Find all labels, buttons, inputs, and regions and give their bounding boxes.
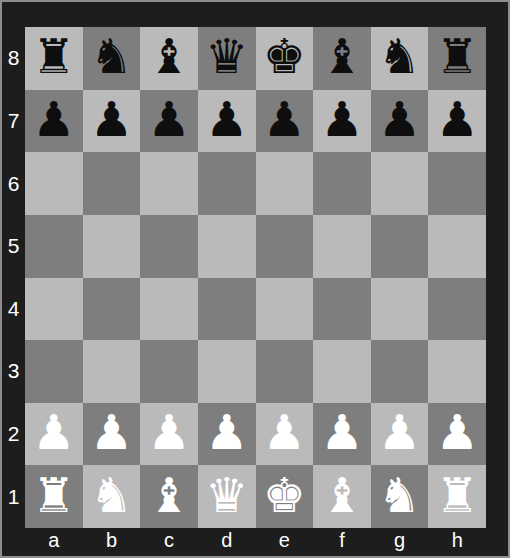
square-f8[interactable]: ♝	[313, 27, 371, 90]
black-pawn[interactable]: ♟	[436, 95, 479, 143]
black-pawn[interactable]: ♟	[320, 95, 363, 143]
white-pawn[interactable]: ♟	[205, 408, 248, 456]
square-d7[interactable]: ♟	[198, 90, 256, 153]
square-h7[interactable]: ♟	[428, 90, 486, 153]
square-g8[interactable]: ♞	[371, 27, 429, 90]
black-pawn[interactable]: ♟	[205, 95, 248, 143]
white-pawn[interactable]: ♟	[436, 408, 479, 456]
file-label-d: d	[198, 528, 256, 553]
square-g6[interactable]	[371, 152, 429, 215]
square-d4[interactable]	[198, 278, 256, 341]
rank-labels: 87654321	[2, 27, 25, 528]
square-d8[interactable]: ♛	[198, 27, 256, 90]
square-f7[interactable]: ♟	[313, 90, 371, 153]
white-pawn[interactable]: ♟	[378, 408, 421, 456]
rank-label-4: 4	[2, 278, 25, 341]
square-f5[interactable]	[313, 215, 371, 278]
square-b3[interactable]	[83, 340, 141, 403]
square-h5[interactable]	[428, 215, 486, 278]
square-c6[interactable]	[140, 152, 198, 215]
square-b2[interactable]: ♟	[83, 403, 141, 466]
black-knight[interactable]: ♞	[378, 32, 421, 80]
square-g5[interactable]	[371, 215, 429, 278]
black-king[interactable]: ♚	[263, 32, 306, 80]
square-h4[interactable]	[428, 278, 486, 341]
white-bishop[interactable]: ♝	[148, 471, 191, 519]
square-g3[interactable]	[371, 340, 429, 403]
square-a1[interactable]: ♜	[25, 465, 83, 528]
file-label-f: f	[313, 528, 371, 553]
rank-label-3: 3	[2, 340, 25, 403]
black-bishop[interactable]: ♝	[148, 32, 191, 80]
white-pawn[interactable]: ♟	[32, 408, 75, 456]
rank-label-5: 5	[2, 215, 25, 278]
white-pawn[interactable]: ♟	[148, 408, 191, 456]
square-d3[interactable]	[198, 340, 256, 403]
file-label-b: b	[83, 528, 141, 553]
square-b5[interactable]	[83, 215, 141, 278]
square-e3[interactable]	[256, 340, 314, 403]
black-queen[interactable]: ♛	[205, 32, 248, 80]
square-c5[interactable]	[140, 215, 198, 278]
square-c2[interactable]: ♟	[140, 403, 198, 466]
black-pawn[interactable]: ♟	[263, 95, 306, 143]
square-e8[interactable]: ♚	[256, 27, 314, 90]
square-d2[interactable]: ♟	[198, 403, 256, 466]
square-g4[interactable]	[371, 278, 429, 341]
square-f2[interactable]: ♟	[313, 403, 371, 466]
rank-label-8: 8	[2, 27, 25, 90]
white-rook[interactable]: ♜	[32, 471, 75, 519]
square-a6[interactable]	[25, 152, 83, 215]
rank-label-6: 6	[2, 152, 25, 215]
square-a8[interactable]: ♜	[25, 27, 83, 90]
black-knight[interactable]: ♞	[90, 32, 133, 80]
file-labels: abcdefgh	[25, 528, 486, 553]
black-pawn[interactable]: ♟	[32, 95, 75, 143]
white-pawn[interactable]: ♟	[320, 408, 363, 456]
white-pawn[interactable]: ♟	[90, 408, 133, 456]
square-a5[interactable]	[25, 215, 83, 278]
square-h8[interactable]: ♜	[428, 27, 486, 90]
white-king[interactable]: ♚	[263, 471, 306, 519]
black-rook[interactable]: ♜	[32, 32, 75, 80]
white-knight[interactable]: ♞	[378, 471, 421, 519]
square-g1[interactable]: ♞	[371, 465, 429, 528]
square-h2[interactable]: ♟	[428, 403, 486, 466]
square-a4[interactable]	[25, 278, 83, 341]
square-f6[interactable]	[313, 152, 371, 215]
square-e5[interactable]	[256, 215, 314, 278]
square-h3[interactable]	[428, 340, 486, 403]
square-e2[interactable]: ♟	[256, 403, 314, 466]
white-queen[interactable]: ♛	[205, 471, 248, 519]
white-pawn[interactable]: ♟	[263, 408, 306, 456]
rank-label-1: 1	[2, 465, 25, 528]
black-pawn[interactable]: ♟	[378, 95, 421, 143]
square-f3[interactable]	[313, 340, 371, 403]
file-label-e: e	[256, 528, 314, 553]
square-c8[interactable]: ♝	[140, 27, 198, 90]
square-c3[interactable]	[140, 340, 198, 403]
square-a3[interactable]	[25, 340, 83, 403]
square-e7[interactable]: ♟	[256, 90, 314, 153]
rank-label-2: 2	[2, 403, 25, 466]
file-label-g: g	[371, 528, 429, 553]
square-c4[interactable]	[140, 278, 198, 341]
square-e4[interactable]	[256, 278, 314, 341]
white-bishop[interactable]: ♝	[320, 471, 363, 519]
square-e1[interactable]: ♚	[256, 465, 314, 528]
file-label-h: h	[428, 528, 486, 553]
square-b6[interactable]	[83, 152, 141, 215]
square-c7[interactable]: ♟	[140, 90, 198, 153]
file-label-a: a	[25, 528, 83, 553]
rank-label-7: 7	[2, 90, 25, 153]
black-bishop[interactable]: ♝	[320, 32, 363, 80]
square-b8[interactable]: ♞	[83, 27, 141, 90]
square-a7[interactable]: ♟	[25, 90, 83, 153]
square-b4[interactable]	[83, 278, 141, 341]
square-f1[interactable]: ♝	[313, 465, 371, 528]
white-knight[interactable]: ♞	[90, 471, 133, 519]
black-pawn[interactable]: ♟	[90, 95, 133, 143]
square-e6[interactable]	[256, 152, 314, 215]
square-g2[interactable]: ♟	[371, 403, 429, 466]
square-b1[interactable]: ♞	[83, 465, 141, 528]
black-rook[interactable]: ♜	[436, 32, 479, 80]
square-a2[interactable]: ♟	[25, 403, 83, 466]
square-g7[interactable]: ♟	[371, 90, 429, 153]
black-pawn[interactable]: ♟	[148, 95, 191, 143]
square-h1[interactable]: ♜	[428, 465, 486, 528]
chess-board-window: 87654321 ♜♞♝♛♚♝♞♜♟♟♟♟♟♟♟♟♟♟♟♟♟♟♟♟♜♞♝♛♚♝♞…	[0, 0, 510, 558]
square-c1[interactable]: ♝	[140, 465, 198, 528]
square-d6[interactable]	[198, 152, 256, 215]
square-h6[interactable]	[428, 152, 486, 215]
square-d1[interactable]: ♛	[198, 465, 256, 528]
square-d5[interactable]	[198, 215, 256, 278]
white-rook[interactable]: ♜	[436, 471, 479, 519]
file-label-c: c	[140, 528, 198, 553]
board: ♜♞♝♛♚♝♞♜♟♟♟♟♟♟♟♟♟♟♟♟♟♟♟♟♜♞♝♛♚♝♞♜	[25, 27, 486, 528]
square-b7[interactable]: ♟	[83, 90, 141, 153]
square-f4[interactable]	[313, 278, 371, 341]
